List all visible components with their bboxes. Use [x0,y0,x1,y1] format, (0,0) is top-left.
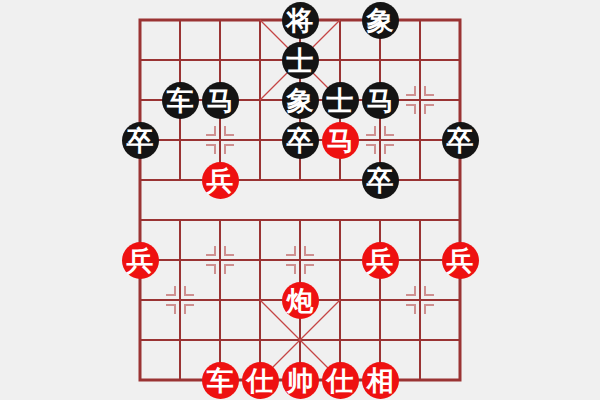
black-soldier[interactable]: 卒 [122,122,159,159]
red-soldier[interactable]: 兵 [202,162,239,199]
black-horse[interactable]: 马 [202,82,239,119]
red-cannon[interactable]: 炮 [282,282,319,319]
red-general[interactable]: 帅 [282,362,319,399]
red-advisor[interactable]: 仕 [242,362,279,399]
black-horse[interactable]: 马 [362,82,399,119]
black-advisor[interactable]: 士 [322,82,359,119]
red-advisor[interactable]: 仕 [322,362,359,399]
black-elephant[interactable]: 象 [282,82,319,119]
board[interactable]: 将象士车马象士马卒卒马卒兵卒兵兵兵炮车仕帅仕相 [120,0,480,400]
red-elephant[interactable]: 相 [362,362,399,399]
black-soldier[interactable]: 卒 [282,122,319,159]
black-soldier[interactable]: 卒 [362,162,399,199]
xiangqi-board-screenshot: 将象士车马象士马卒卒马卒兵卒兵兵兵炮车仕帅仕相 [0,0,600,400]
red-horse[interactable]: 马 [322,122,359,159]
black-elephant[interactable]: 象 [362,2,399,39]
red-soldier[interactable]: 兵 [122,242,159,279]
black-general[interactable]: 将 [282,2,319,39]
black-chariot[interactable]: 车 [162,82,199,119]
red-chariot[interactable]: 车 [202,362,239,399]
black-soldier[interactable]: 卒 [442,122,479,159]
black-advisor[interactable]: 士 [282,42,319,79]
red-soldier[interactable]: 兵 [442,242,479,279]
red-soldier[interactable]: 兵 [362,242,399,279]
